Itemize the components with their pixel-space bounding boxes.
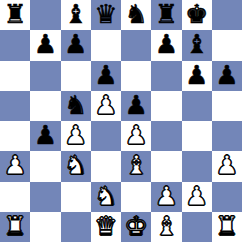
black-pawn-piece[interactable]: ♟ bbox=[94, 62, 117, 88]
square-h8[interactable] bbox=[212, 0, 242, 30]
square-b7[interactable]: ♟ bbox=[30, 30, 60, 60]
square-g8[interactable]: ♚ bbox=[182, 0, 212, 30]
square-g7[interactable]: ♝ bbox=[182, 30, 212, 60]
square-d5[interactable]: ♟ bbox=[91, 91, 121, 121]
black-pawn-piece[interactable]: ♟ bbox=[64, 31, 87, 57]
square-c7[interactable]: ♟ bbox=[61, 30, 91, 60]
white-rook-piece[interactable]: ♜ bbox=[3, 213, 26, 239]
square-g1[interactable] bbox=[182, 212, 212, 242]
black-pawn-piece[interactable]: ♟ bbox=[215, 62, 238, 88]
square-d1[interactable]: ♛ bbox=[91, 212, 121, 242]
white-pawn-piece[interactable]: ♟ bbox=[124, 122, 147, 148]
chess-board: ♜♝♛♞♜♚♟♟♟♝♟♟♟♞♟♟♟♟♟♟♞♝♟♞♟♟♜♛♚♝♜ bbox=[0, 0, 242, 242]
black-pawn-piece[interactable]: ♟ bbox=[34, 122, 57, 148]
square-a3[interactable]: ♟ bbox=[0, 151, 30, 181]
square-e5[interactable]: ♟ bbox=[121, 91, 151, 121]
black-queen-piece[interactable]: ♛ bbox=[94, 1, 117, 27]
square-h6[interactable]: ♟ bbox=[212, 61, 242, 91]
black-knight-piece[interactable]: ♞ bbox=[64, 92, 87, 118]
black-pawn-piece[interactable]: ♟ bbox=[124, 92, 147, 118]
square-g5[interactable] bbox=[182, 91, 212, 121]
white-pawn-piece[interactable]: ♟ bbox=[3, 152, 26, 178]
black-pawn-piece[interactable]: ♟ bbox=[155, 31, 178, 57]
square-h2[interactable] bbox=[212, 182, 242, 212]
square-c1[interactable] bbox=[61, 212, 91, 242]
black-knight-piece[interactable]: ♞ bbox=[124, 1, 147, 27]
square-c6[interactable] bbox=[61, 61, 91, 91]
square-b8[interactable] bbox=[30, 0, 60, 30]
square-h3[interactable]: ♟ bbox=[212, 151, 242, 181]
square-h1[interactable]: ♜ bbox=[212, 212, 242, 242]
white-pawn-piece[interactable]: ♟ bbox=[94, 92, 117, 118]
square-g6[interactable]: ♟ bbox=[182, 61, 212, 91]
square-e6[interactable] bbox=[121, 61, 151, 91]
square-g2[interactable]: ♟ bbox=[182, 182, 212, 212]
black-pawn-piece[interactable]: ♟ bbox=[34, 31, 57, 57]
square-a7[interactable] bbox=[0, 30, 30, 60]
square-b2[interactable] bbox=[30, 182, 60, 212]
white-queen-piece[interactable]: ♛ bbox=[94, 213, 117, 239]
square-f6[interactable] bbox=[151, 61, 181, 91]
square-f4[interactable] bbox=[151, 121, 181, 151]
square-h7[interactable] bbox=[212, 30, 242, 60]
square-c8[interactable]: ♝ bbox=[61, 0, 91, 30]
square-a4[interactable] bbox=[0, 121, 30, 151]
square-g4[interactable] bbox=[182, 121, 212, 151]
square-a2[interactable] bbox=[0, 182, 30, 212]
square-f5[interactable] bbox=[151, 91, 181, 121]
square-d2[interactable]: ♞ bbox=[91, 182, 121, 212]
square-d8[interactable]: ♛ bbox=[91, 0, 121, 30]
square-b5[interactable] bbox=[30, 91, 60, 121]
white-rook-piece[interactable]: ♜ bbox=[215, 213, 238, 239]
white-knight-piece[interactable]: ♞ bbox=[64, 152, 87, 178]
square-a8[interactable]: ♜ bbox=[0, 0, 30, 30]
square-f7[interactable]: ♟ bbox=[151, 30, 181, 60]
square-b4[interactable]: ♟ bbox=[30, 121, 60, 151]
square-d7[interactable] bbox=[91, 30, 121, 60]
black-pawn-piece[interactable]: ♟ bbox=[185, 62, 208, 88]
square-d3[interactable] bbox=[91, 151, 121, 181]
square-b6[interactable] bbox=[30, 61, 60, 91]
white-pawn-piece[interactable]: ♟ bbox=[185, 183, 208, 209]
square-h4[interactable] bbox=[212, 121, 242, 151]
square-c5[interactable]: ♞ bbox=[61, 91, 91, 121]
square-d4[interactable] bbox=[91, 121, 121, 151]
white-knight-piece[interactable]: ♞ bbox=[94, 183, 117, 209]
white-king-piece[interactable]: ♚ bbox=[124, 213, 147, 239]
square-a1[interactable]: ♜ bbox=[0, 212, 30, 242]
square-a6[interactable] bbox=[0, 61, 30, 91]
square-e7[interactable] bbox=[121, 30, 151, 60]
square-b1[interactable] bbox=[30, 212, 60, 242]
square-c4[interactable]: ♟ bbox=[61, 121, 91, 151]
white-pawn-piece[interactable]: ♟ bbox=[64, 122, 87, 148]
black-king-piece[interactable]: ♚ bbox=[185, 1, 208, 27]
square-b3[interactable] bbox=[30, 151, 60, 181]
white-bishop-piece[interactable]: ♝ bbox=[124, 152, 147, 178]
square-e1[interactable]: ♚ bbox=[121, 212, 151, 242]
black-bishop-piece[interactable]: ♝ bbox=[185, 31, 208, 57]
white-bishop-piece[interactable]: ♝ bbox=[155, 213, 178, 239]
square-e8[interactable]: ♞ bbox=[121, 0, 151, 30]
square-f1[interactable]: ♝ bbox=[151, 212, 181, 242]
square-d6[interactable]: ♟ bbox=[91, 61, 121, 91]
white-pawn-piece[interactable]: ♟ bbox=[215, 152, 238, 178]
black-bishop-piece[interactable]: ♝ bbox=[64, 1, 87, 27]
square-a5[interactable] bbox=[0, 91, 30, 121]
square-g3[interactable] bbox=[182, 151, 212, 181]
white-pawn-piece[interactable]: ♟ bbox=[155, 183, 178, 209]
square-f3[interactable] bbox=[151, 151, 181, 181]
square-c3[interactable]: ♞ bbox=[61, 151, 91, 181]
square-e3[interactable]: ♝ bbox=[121, 151, 151, 181]
square-f2[interactable]: ♟ bbox=[151, 182, 181, 212]
black-rook-piece[interactable]: ♜ bbox=[3, 1, 26, 27]
square-c2[interactable] bbox=[61, 182, 91, 212]
square-e4[interactable]: ♟ bbox=[121, 121, 151, 151]
square-f8[interactable]: ♜ bbox=[151, 0, 181, 30]
black-rook-piece[interactable]: ♜ bbox=[155, 1, 178, 27]
square-e2[interactable] bbox=[121, 182, 151, 212]
square-h5[interactable] bbox=[212, 91, 242, 121]
